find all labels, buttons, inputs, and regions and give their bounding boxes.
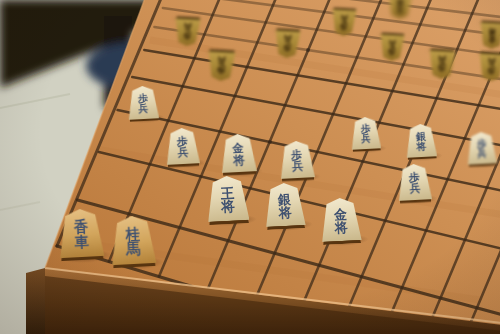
piece-kanji: 歩兵 (174, 19, 200, 44)
piece-kanji: 歩兵 (380, 35, 405, 59)
shogi-piece-pawn[interactable]: 歩兵 (428, 50, 455, 79)
piece-kanji: 金将 (320, 201, 361, 241)
piece-kanji: 金将 (480, 23, 500, 47)
piece-top-face: 歩兵 (379, 34, 404, 61)
piece-kanji: 歩兵 (467, 134, 498, 164)
shogi-piece-pawn[interactable]: 歩兵 (398, 163, 433, 201)
shogi-piece-pawn[interactable]: 歩兵 (207, 51, 235, 81)
piece-top-face: 歩兵 (274, 30, 300, 58)
shogi-piece-pawn[interactable]: 歩兵 (279, 140, 315, 179)
shogi-piece-pawn[interactable]: 歩兵 (350, 116, 381, 149)
piece-top-face: 玉将 (387, 0, 412, 20)
piece-top-face: 歩兵 (279, 140, 315, 179)
piece-kanji: 玉将 (388, 0, 413, 17)
piece-kanji: 銀将 (405, 127, 437, 158)
piece-top-face: 金将 (479, 22, 500, 49)
shogi-piece-gold-general[interactable]: 金将 (479, 22, 500, 49)
shogi-piece-pawn[interactable]: 歩兵 (478, 53, 500, 81)
shogi-piece-king[interactable]: 玉将 (387, 0, 412, 20)
piece-kanji: 銀将 (264, 186, 305, 226)
shogi-piece-pawn[interactable]: 歩兵 (331, 9, 356, 36)
piece-top-face: 金将 (220, 133, 257, 173)
shogi-piece-gold-general[interactable]: 金将 (320, 197, 362, 242)
piece-top-face: 金将 (320, 197, 362, 242)
piece-top-face: 歩兵 (331, 9, 356, 36)
shogi-piece-pawn[interactable]: 歩兵 (379, 34, 404, 61)
shogi-piece-silver-general[interactable]: 銀将 (405, 123, 437, 158)
shogi-piece-lance[interactable]: 香車 (58, 208, 105, 258)
piece-kanji: 歩兵 (127, 89, 159, 120)
piece-kanji: 桂馬 (110, 220, 156, 264)
piece-top-face: 歩兵 (127, 85, 159, 120)
piece-top-face: 銀将 (264, 182, 306, 227)
piece-top-face: 桂馬 (110, 215, 157, 265)
shogi-piece-knight[interactable]: 桂馬 (110, 215, 157, 265)
piece-top-face: 王将 (206, 175, 250, 222)
shogi-piece-pawn[interactable]: 歩兵 (127, 85, 159, 120)
piece-kanji: 王将 (206, 179, 249, 221)
shogi-piece-pawn[interactable]: 歩兵 (274, 30, 300, 58)
piece-kanji: 歩兵 (478, 54, 500, 79)
piece-kanji: 歩兵 (398, 167, 433, 200)
piece-top-face: 香車 (58, 208, 105, 258)
piece-kanji: 歩兵 (207, 52, 235, 79)
shogi-piece-pawn[interactable]: 歩兵 (466, 131, 497, 164)
piece-top-face: 歩兵 (398, 163, 433, 201)
piece-kanji: 歩兵 (351, 119, 382, 149)
piece-top-face: 歩兵 (428, 50, 455, 79)
piece-kanji: 金将 (220, 137, 257, 172)
piece-top-face: 歩兵 (466, 131, 497, 164)
shogi-piece-silver-general[interactable]: 銀将 (264, 182, 306, 227)
shogi-piece-gold-general[interactable]: 金将 (220, 133, 257, 173)
shogi-piece-pawn[interactable]: 歩兵 (166, 127, 201, 165)
piece-top-face: 歩兵 (166, 127, 201, 165)
piece-top-face: 銀将 (405, 123, 437, 158)
pieces-layer: 玉将歩兵歩兵金将歩兵歩兵歩兵歩兵歩兵歩兵歩兵銀将歩兵歩兵金将歩兵歩兵王将銀将金将… (0, 0, 500, 334)
piece-top-face: 歩兵 (350, 116, 381, 149)
shogi-piece-king[interactable]: 王将 (206, 175, 250, 222)
shogi-photo-scene: 玉将歩兵歩兵金将歩兵歩兵歩兵歩兵歩兵歩兵歩兵銀将歩兵歩兵金将歩兵歩兵王将銀将金将… (0, 0, 500, 334)
piece-kanji: 歩兵 (274, 31, 300, 56)
piece-kanji: 香車 (58, 213, 104, 257)
piece-top-face: 歩兵 (207, 51, 235, 81)
piece-kanji: 歩兵 (429, 51, 456, 77)
shogi-piece-pawn[interactable]: 歩兵 (174, 18, 200, 46)
piece-kanji: 歩兵 (332, 10, 357, 34)
piece-top-face: 歩兵 (478, 53, 500, 81)
piece-top-face: 歩兵 (174, 18, 200, 46)
piece-kanji: 歩兵 (279, 144, 315, 178)
piece-kanji: 歩兵 (166, 131, 201, 164)
